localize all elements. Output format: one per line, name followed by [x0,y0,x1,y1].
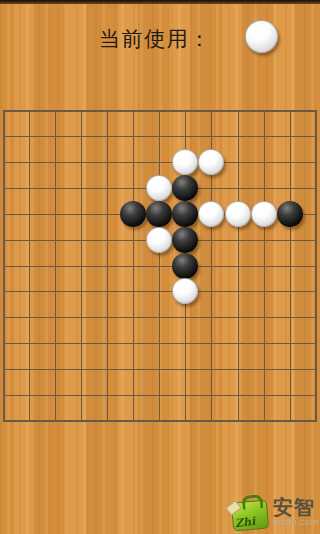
watermark-badge[interactable]: Zhi 安智 anzhi.com [229,493,320,531]
stone-black [172,227,198,253]
stone-white [198,201,224,227]
grid-line-horizontal [3,317,317,318]
shopping-bag-icon: Zhi [229,493,271,531]
grid-line-vertical [264,110,265,422]
stone-black [172,201,198,227]
grid-line-horizontal [3,395,317,396]
grid-line-vertical [290,110,291,422]
watermark-brand: 安智 [273,497,319,517]
grid-line-horizontal [3,343,317,344]
stone-black [277,201,303,227]
grid-line-horizontal [3,162,317,163]
watermark-domain: anzhi.com [273,518,319,527]
grid-line-horizontal [3,110,317,112]
stone-white [225,201,251,227]
grid-line-horizontal [3,266,317,267]
stone-white [172,149,198,175]
bag-script-text: Zhi [234,515,256,531]
stone-black [146,201,172,227]
stone-white [146,227,172,253]
stone-black [172,175,198,201]
grid-line-vertical [238,110,239,422]
stone-black [172,253,198,279]
status-bar [0,0,320,4]
stone-white [172,278,198,304]
grid-line-vertical [315,110,317,422]
stone-white [198,149,224,175]
grid-line-horizontal [3,369,317,370]
stone-white [146,175,172,201]
current-player-label: 当前使用： [99,25,212,53]
current-player-stone-white [245,20,278,53]
grid-line-horizontal [3,136,317,137]
grid-line-horizontal [3,420,317,422]
grid-line-horizontal [3,291,317,292]
board[interactable] [3,110,318,423]
stone-white [251,201,277,227]
stone-black [120,201,146,227]
